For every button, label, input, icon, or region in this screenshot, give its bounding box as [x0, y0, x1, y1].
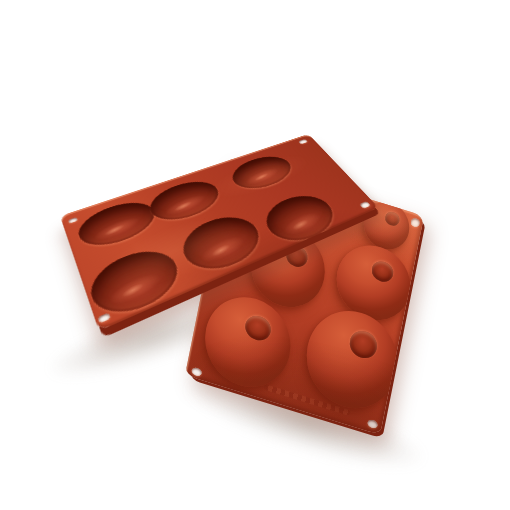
hemisphere-cavity [225, 151, 299, 195]
corner-hole [366, 419, 377, 429]
product-photo-stage [0, 0, 510, 510]
dome-dimple [384, 210, 400, 226]
dome-dimple [370, 259, 396, 285]
dome-dimple [244, 313, 274, 344]
corner-hole [358, 201, 370, 209]
dome-dimple [348, 328, 380, 361]
corner-hole [97, 312, 110, 323]
hemisphere-cavity [73, 195, 161, 254]
corner-hole [67, 217, 77, 224]
corner-hole [410, 217, 420, 228]
corner-hole [190, 366, 201, 376]
corner-hole [298, 139, 308, 144]
